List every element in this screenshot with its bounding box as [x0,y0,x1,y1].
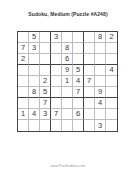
cell-r9c2 [29,120,40,131]
cell-r5c8 [95,76,106,87]
cell-r2c1: 7 [18,43,29,54]
cell-r3c6 [73,54,84,65]
cell-r5c3: 2 [40,76,51,87]
cell-r5c7: 7 [84,76,95,87]
cell-r8c9 [106,109,117,120]
cell-r1c4: 3 [51,32,62,43]
cell-r8c2: 4 [29,109,40,120]
sudoku-sheet: Sudoku, Medium (Puzzle #A248) 5382738269… [0,0,136,176]
cell-r6c8: 9 [95,87,106,98]
cell-r5c2 [29,76,40,87]
cell-r7c2 [29,98,40,109]
cell-r2c9 [106,43,117,54]
cell-r1c7 [84,32,95,43]
cell-r8c1: 1 [18,109,29,120]
cell-r1c6 [73,32,84,43]
cell-r8c4: 7 [51,109,62,120]
cell-r3c3 [40,54,51,65]
cell-r7c7 [84,98,95,109]
cell-r3c9 [106,54,117,65]
cell-r7c9 [106,98,117,109]
cell-r8c7 [84,109,95,120]
cell-r2c8 [95,43,106,54]
footer-url: www.PrintSudoku.com [0,164,136,168]
cell-r3c7 [84,54,95,65]
cell-r3c2 [29,54,40,65]
cell-r5c1 [18,76,29,87]
cell-r6c3: 5 [40,87,51,98]
cell-r8c6: 6 [73,109,84,120]
cell-r2c5: 8 [62,43,73,54]
cell-r1c1 [18,32,29,43]
cell-r1c3 [40,32,51,43]
cell-r1c2: 5 [29,32,40,43]
cell-r4c4 [51,65,62,76]
cell-r5c9 [106,76,117,87]
cell-r8c8 [95,109,106,120]
cell-r6c5 [62,87,73,98]
cell-r9c1 [18,120,29,131]
cell-r9c4 [51,120,62,131]
cell-r5c6: 4 [73,76,84,87]
cell-r2c6 [73,43,84,54]
cell-r8c3: 3 [40,109,51,120]
cell-r1c5 [62,32,73,43]
sudoku-board: 5382738269542147857974143763 [17,31,118,132]
cell-r7c5 [62,98,73,109]
cell-r4c9: 4 [106,65,117,76]
cell-r7c4 [51,98,62,109]
cell-r6c2: 8 [29,87,40,98]
page-title: Sudoku, Medium (Puzzle #A248) [0,11,136,17]
cell-r9c3 [40,120,51,131]
cell-r3c4 [51,54,62,65]
cell-r4c3 [40,65,51,76]
cell-r3c8 [95,54,106,65]
cell-r3c5: 6 [62,54,73,65]
cell-r4c6: 5 [73,65,84,76]
cell-r1c8: 8 [95,32,106,43]
cell-r7c1 [18,98,29,109]
cell-r2c4 [51,43,62,54]
cell-r9c5 [62,120,73,131]
cell-r8c5 [62,109,73,120]
cell-r6c9 [106,87,117,98]
cell-r7c8: 4 [95,98,106,109]
cell-r5c4 [51,76,62,87]
cell-r1c9: 2 [106,32,117,43]
cell-r6c7 [84,87,95,98]
cell-r4c8 [95,65,106,76]
cell-r2c3 [40,43,51,54]
cell-r4c7 [84,65,95,76]
cell-r6c4 [51,87,62,98]
cell-r9c7 [84,120,95,131]
cell-r4c5: 9 [62,65,73,76]
cell-r7c6 [73,98,84,109]
cell-r9c8: 3 [95,120,106,131]
cell-r7c3: 7 [40,98,51,109]
cell-r2c2: 3 [29,43,40,54]
cell-r9c9 [106,120,117,131]
cell-r6c1 [18,87,29,98]
cell-r4c2 [29,65,40,76]
cell-r9c6 [73,120,84,131]
cell-r6c6: 7 [73,87,84,98]
cell-r2c7 [84,43,95,54]
cell-r4c1 [18,65,29,76]
cell-r3c1: 2 [18,54,29,65]
cell-r5c5: 1 [62,76,73,87]
